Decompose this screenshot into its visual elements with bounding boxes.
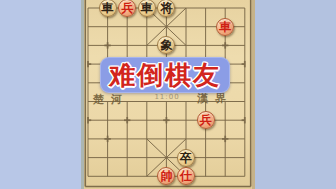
piece-black-5-8[interactable]: 卒 (177, 149, 195, 167)
river-label-right: 漢界 (197, 91, 233, 106)
xiangqi-board[interactable]: 楚河 漢界 11:00 車兵車将車象兵卒帥仕 (84, 0, 252, 189)
piece-black-3-0[interactable]: 車 (138, 0, 156, 17)
blurred-side-panel-left (0, 0, 84, 189)
piece-black-1-0[interactable]: 車 (99, 0, 117, 17)
panel-edge-strip (252, 0, 255, 189)
caption-text: 难倒棋友 (109, 58, 221, 93)
blurred-side-panel-right (252, 0, 336, 189)
video-frame: 楚河 漢界 11:00 車兵車将車象兵卒帥仕 难倒棋友 (0, 0, 336, 189)
piece-red-6-6[interactable]: 兵 (197, 111, 215, 129)
piece-red-7-1[interactable]: 車 (216, 18, 234, 36)
river-label-left: 楚河 (93, 92, 129, 107)
caption-overlay-bubble: 难倒棋友 (100, 57, 230, 93)
river-timer-text: 11:00 (150, 93, 184, 101)
